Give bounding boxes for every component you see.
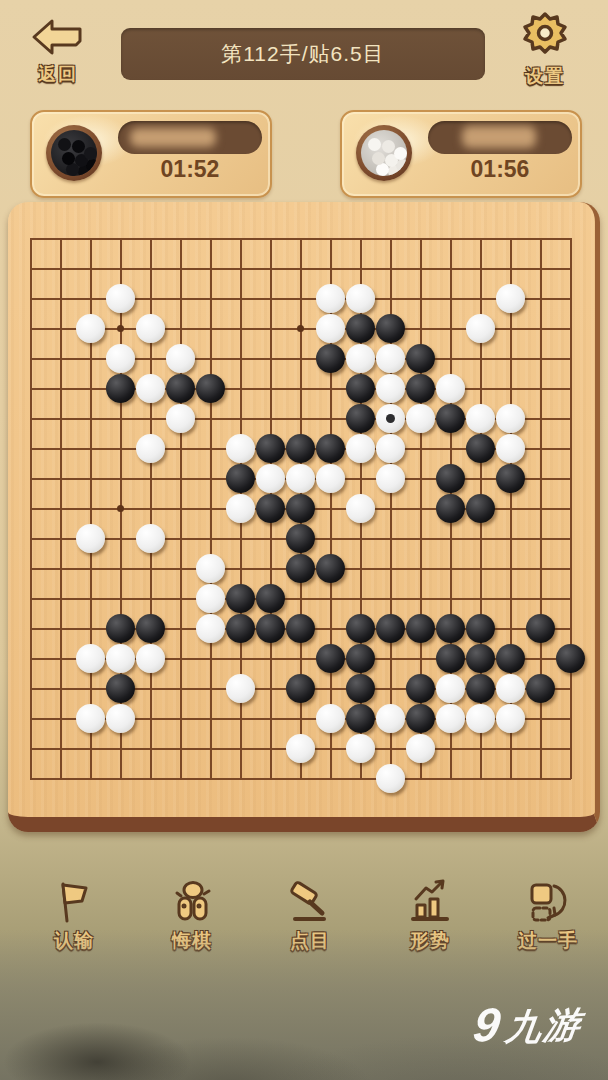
stone-black (316, 644, 345, 673)
stone-black (496, 644, 525, 673)
stone-black (346, 644, 375, 673)
stone-black (496, 464, 525, 493)
stone-white (406, 734, 435, 763)
stone-black (286, 524, 315, 553)
black-clock: 01:52 (118, 156, 262, 183)
stone-black (346, 314, 375, 343)
stone-white (256, 464, 285, 493)
stone-white (466, 404, 495, 433)
stone-black (106, 374, 135, 403)
stone-black (286, 614, 315, 643)
stone-black (256, 494, 285, 523)
stone-white (106, 704, 135, 733)
black-stones-pile (58, 138, 71, 151)
stone-white (316, 464, 345, 493)
pass-button[interactable]: 过一手 (500, 878, 596, 954)
stone-white (466, 704, 495, 733)
resign-flag-icon (26, 878, 122, 926)
pass-label: 过一手 (500, 928, 596, 954)
stone-white (376, 434, 405, 463)
black-stone-bowl (46, 125, 102, 181)
stone-white (376, 374, 405, 403)
stone-white (346, 734, 375, 763)
last-move-marker (386, 414, 395, 423)
stone-black (346, 674, 375, 703)
stone-white (436, 374, 465, 403)
stone-black (406, 674, 435, 703)
stone-white (376, 404, 405, 433)
stone-black (526, 674, 555, 703)
stone-black (286, 434, 315, 463)
stone-white (106, 644, 135, 673)
stone-black (226, 464, 255, 493)
stone-white (346, 434, 375, 463)
stone-black (526, 614, 555, 643)
stone-black (286, 494, 315, 523)
stone-black (136, 614, 165, 643)
stone-white (166, 404, 195, 433)
back-button[interactable]: 返回 (24, 18, 92, 86)
pass-move-icon (500, 878, 596, 926)
stone-white (76, 524, 105, 553)
stone-white (406, 404, 435, 433)
stone-white (76, 314, 105, 343)
stone-white (196, 554, 225, 583)
stone-white (226, 674, 255, 703)
stone-black (316, 554, 345, 583)
stone-white (196, 584, 225, 613)
stone-white (226, 494, 255, 523)
stone-black (466, 494, 495, 523)
stone-black (196, 374, 225, 403)
stone-white (76, 644, 105, 673)
stone-white (136, 314, 165, 343)
stone-white (196, 614, 225, 643)
undo-stones-icon (144, 878, 240, 926)
star-point (297, 325, 304, 332)
stone-white (376, 464, 405, 493)
settings-label: 设置 (510, 64, 580, 88)
white-stone-bowl (356, 125, 412, 181)
blurred-player-name (462, 126, 536, 148)
stone-white (466, 314, 495, 343)
star-point (117, 325, 124, 332)
player-card-white: 01:56 (340, 110, 582, 198)
stone-white (316, 284, 345, 313)
jiuyou-logo: 9九游 (470, 992, 586, 1055)
gear-icon (519, 46, 571, 63)
stone-white (436, 674, 465, 703)
undo-label: 悔棋 (144, 928, 240, 954)
stone-black (556, 644, 585, 673)
stone-white (106, 344, 135, 373)
star-point (117, 505, 124, 512)
undo-button[interactable]: 悔棋 (144, 878, 240, 954)
stone-black (466, 434, 495, 463)
stone-black (346, 614, 375, 643)
stone-black (406, 704, 435, 733)
evaluation-label: 形势 (382, 928, 478, 954)
stone-black (166, 374, 195, 403)
stone-white (136, 434, 165, 463)
stone-black (106, 674, 135, 703)
count-gavel-icon (262, 878, 358, 926)
stone-black (436, 494, 465, 523)
stone-white (286, 734, 315, 763)
stone-black (346, 374, 375, 403)
stone-black (316, 434, 345, 463)
stone-black (466, 674, 495, 703)
stone-black (406, 344, 435, 373)
stone-black (466, 614, 495, 643)
player-name-plate (428, 121, 572, 154)
stone-black (436, 464, 465, 493)
stone-white (496, 404, 525, 433)
stone-black (436, 614, 465, 643)
stone-white (106, 284, 135, 313)
stone-black (346, 704, 375, 733)
stone-white (436, 704, 465, 733)
stone-black (376, 314, 405, 343)
stone-white (346, 344, 375, 373)
stone-black (256, 614, 285, 643)
stone-black (226, 614, 255, 643)
stone-black (286, 554, 315, 583)
stone-white (496, 284, 525, 313)
count-button[interactable]: 点目 (262, 878, 358, 954)
stone-white (496, 674, 525, 703)
player-card-black: 01:52 (30, 110, 272, 198)
stone-black (226, 584, 255, 613)
resign-label: 认输 (26, 928, 122, 954)
stone-white (496, 434, 525, 463)
stone-white (136, 644, 165, 673)
stone-black (406, 374, 435, 403)
stone-white (346, 284, 375, 313)
stone-black (436, 644, 465, 673)
stone-black (256, 584, 285, 613)
stone-black (316, 344, 345, 373)
evaluation-chart-icon (382, 878, 478, 926)
stone-white (316, 704, 345, 733)
go-board[interactable] (8, 202, 600, 832)
stone-black (466, 644, 495, 673)
stone-white (376, 704, 405, 733)
resign-button[interactable]: 认输 (26, 878, 122, 954)
logo-text: 九游 (503, 1003, 585, 1048)
white-stones-pile (368, 138, 381, 151)
stone-black (346, 404, 375, 433)
stone-black (286, 674, 315, 703)
stone-black (436, 404, 465, 433)
stone-white (346, 494, 375, 523)
count-label: 点目 (262, 928, 358, 954)
stone-black (406, 614, 435, 643)
white-clock: 01:56 (428, 156, 572, 183)
stone-black (256, 434, 285, 463)
stone-white (496, 704, 525, 733)
back-arrow-icon (29, 44, 87, 61)
stone-white (136, 374, 165, 403)
logo-mark: 9 (470, 997, 503, 1051)
stone-white (136, 524, 165, 553)
stone-white (376, 764, 405, 793)
evaluation-button[interactable]: 形势 (382, 878, 478, 954)
stone-white (286, 464, 315, 493)
back-label: 返回 (24, 62, 92, 86)
stone-white (166, 344, 195, 373)
stone-white (316, 314, 345, 343)
move-info-plate: 第112手/贴6.5目 (121, 28, 485, 80)
stone-white (376, 344, 405, 373)
player-name-plate (118, 121, 262, 154)
settings-button[interactable]: 设置 (510, 10, 580, 88)
stone-white (226, 434, 255, 463)
move-info-text: 第112手/贴6.5目 (221, 40, 385, 68)
blurred-player-name (130, 128, 216, 147)
stone-black (376, 614, 405, 643)
stone-black (106, 614, 135, 643)
stone-white (76, 704, 105, 733)
